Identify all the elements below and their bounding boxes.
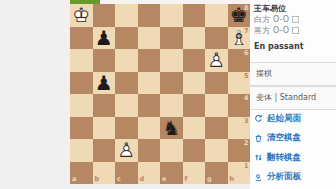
square-a2[interactable] [70,139,93,162]
square-c8[interactable] [115,4,138,27]
square-b8[interactable] [93,4,116,27]
action-trash[interactable]: 清空棋盘 [254,129,336,149]
variant-value: 变体 | Standard [256,93,316,102]
square-h1[interactable]: h1 [228,162,251,185]
file-label-f: f [185,176,188,183]
file-label-e: e [162,176,166,183]
square-f7[interactable] [183,27,206,50]
editor-actions: 起始局面清空棋盘翻转棋盘分析面板 [254,109,336,187]
black-knight-e3[interactable]: ♞ [160,117,183,140]
square-e2[interactable] [160,139,183,162]
square-d8[interactable] [138,4,161,27]
file-label-b: b [95,176,100,183]
square-g8[interactable] [205,4,228,27]
square-b2[interactable] [93,139,116,162]
square-c6[interactable] [115,49,138,72]
rank-label-5: 5 [244,73,249,80]
square-e5[interactable] [160,72,183,95]
white-pawn-g6[interactable]: ♟♙ [205,49,228,72]
square-d4[interactable] [138,94,161,117]
square-a5[interactable] [70,72,93,95]
black-pawn-b7[interactable]: ♟ [93,27,116,50]
reload-icon [254,114,263,123]
action-flip[interactable]: 翻转棋盘 [254,148,336,168]
square-c2[interactable]: ♟♙ [115,139,138,162]
action-microscope[interactable]: 分析面板 [254,168,336,188]
square-g2[interactable] [205,139,228,162]
square-c1[interactable]: c [115,162,138,185]
action-label: 分析面板 [267,171,301,183]
chess-board[interactable]: ♚♔8♚♟7♝♗♟♙6♟54♞3♟♙2abcdefgh1 [70,4,250,184]
square-e6[interactable] [160,49,183,72]
variant-select[interactable]: 变体 | Standard [250,86,336,110]
square-f5[interactable] [183,72,206,95]
square-f8[interactable] [183,4,206,27]
rank-label-4: 4 [244,95,249,102]
square-h6[interactable]: 6 [228,49,251,72]
square-a1[interactable]: a [70,162,93,185]
square-g3[interactable] [205,117,228,140]
square-e8[interactable] [160,4,183,27]
square-f6[interactable] [183,49,206,72]
set-board-select[interactable]: 摆棋 [250,62,336,86]
file-label-c: c [117,176,121,183]
square-d1[interactable]: d [138,162,161,185]
square-b6[interactable] [93,49,116,72]
castling-title: 王车易位 [254,3,286,14]
castling-white-row: 白方 O-O [254,14,299,25]
castling-black-row: 黑方 O-O [254,25,299,36]
black-label: 黑方 [254,25,270,36]
square-g1[interactable]: g [205,162,228,185]
square-b3[interactable] [93,117,116,140]
rank-label-2: 2 [244,140,249,147]
square-b1[interactable]: b [93,162,116,185]
square-a6[interactable] [70,49,93,72]
square-a8[interactable]: ♚♔ [70,4,93,27]
square-a4[interactable] [70,94,93,117]
action-reload[interactable]: 起始局面 [254,109,336,129]
square-c3[interactable] [115,117,138,140]
square-e1[interactable]: e [160,162,183,185]
black-oo-label: O-O [273,26,289,35]
square-g7[interactable] [205,27,228,50]
flip-icon [254,153,263,162]
square-d6[interactable] [138,49,161,72]
rank-label-3: 3 [244,118,249,125]
set-board-value: 摆棋 [256,69,272,78]
action-label: 翻转棋盘 [267,152,301,164]
square-b7[interactable]: ♟ [93,27,116,50]
microscope-icon [254,173,263,182]
square-h3[interactable]: 3 [228,117,251,140]
file-label-d: d [140,176,145,183]
black-king-h8[interactable]: ♚ [228,4,251,27]
black-pawn-b5[interactable]: ♟ [93,72,116,95]
square-g5[interactable] [205,72,228,95]
white-bishop-h7[interactable]: ♝♗ [228,27,251,50]
en-passant-title: En passant [254,42,304,51]
rank-label-1: 1 [244,163,249,170]
square-g6[interactable]: ♟♙ [205,49,228,72]
action-label: 清空棋盘 [267,132,301,144]
black-oo-checkbox[interactable] [292,27,299,34]
square-f4[interactable] [183,94,206,117]
white-pawn-c2[interactable]: ♟♙ [115,139,138,162]
square-d5[interactable] [138,72,161,95]
white-king-a8[interactable]: ♚♔ [70,4,93,27]
file-label-g: g [207,176,212,183]
square-e7[interactable] [160,27,183,50]
rank-label-6: 6 [244,50,249,57]
white-oo-label: O-O [273,15,289,24]
square-d7[interactable] [138,27,161,50]
trash-icon [254,134,263,143]
file-label-h: h [230,176,235,183]
square-c4[interactable] [115,94,138,117]
square-h4[interactable]: 4 [228,94,251,117]
square-c5[interactable] [115,72,138,95]
square-h5[interactable]: 5 [228,72,251,95]
square-b5[interactable]: ♟ [93,72,116,95]
white-label: 白方 [254,14,270,25]
square-a3[interactable] [70,117,93,140]
square-c7[interactable] [115,27,138,50]
square-h2[interactable]: 2 [228,139,251,162]
board-editor: ♚♔8♚♟7♝♗♟♙6♟54♞3♟♙2abcdefgh1 王车易位 白方 O-O… [0,0,336,189]
square-e4[interactable] [160,94,183,117]
action-label: 起始局面 [267,113,301,125]
square-f3[interactable] [183,117,206,140]
square-h7[interactable]: 7♝♗ [228,27,251,50]
white-oo-checkbox[interactable] [292,16,299,23]
square-f2[interactable] [183,139,206,162]
square-e3[interactable]: ♞ [160,117,183,140]
square-d2[interactable] [138,139,161,162]
square-a7[interactable] [70,27,93,50]
editor-panel: 王车易位 白方 O-O 黑方 O-O En passant 摆棋 变体 | St… [250,0,336,189]
square-g4[interactable] [205,94,228,117]
file-label-a: a [72,176,76,183]
square-b4[interactable] [93,94,116,117]
square-h8[interactable]: 8♚ [228,4,251,27]
square-f1[interactable]: f [183,162,206,185]
square-d3[interactable] [138,117,161,140]
